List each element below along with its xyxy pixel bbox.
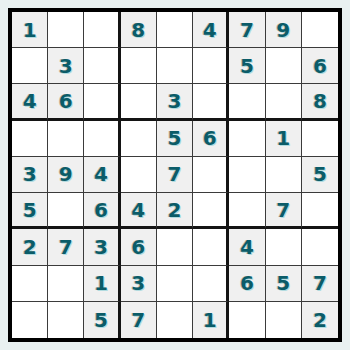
cell-r2c5[interactable]: [157, 48, 193, 84]
board-margin: 184793564638561394755642727364136575712: [0, 0, 350, 350]
cell-r5c7[interactable]: [229, 157, 265, 193]
cell-r4c3[interactable]: [84, 121, 120, 157]
cell-r5c1[interactable]: 3: [12, 157, 48, 193]
cell-r2c6[interactable]: [193, 48, 229, 84]
cell-r7c9[interactable]: [302, 229, 338, 265]
cell-r2c9[interactable]: 6: [302, 48, 338, 84]
cell-r8c9[interactable]: 7: [302, 266, 338, 302]
cell-r6c4[interactable]: 4: [121, 193, 157, 229]
cell-r1c6[interactable]: 4: [193, 12, 229, 48]
cell-r9c6[interactable]: 1: [193, 302, 229, 338]
cell-r5c8[interactable]: [266, 157, 302, 193]
cell-r4c7[interactable]: [229, 121, 265, 157]
cell-r8c1[interactable]: [12, 266, 48, 302]
cell-r4c4[interactable]: [121, 121, 157, 157]
sudoku-board: 184793564638561394755642727364136575712: [8, 8, 342, 342]
cell-r4c2[interactable]: [48, 121, 84, 157]
cell-r3c6[interactable]: [193, 84, 229, 120]
cell-r3c7[interactable]: [229, 84, 265, 120]
cell-r9c3[interactable]: 5: [84, 302, 120, 338]
cell-r1c2[interactable]: [48, 12, 84, 48]
cell-r9c7[interactable]: [229, 302, 265, 338]
cell-r3c8[interactable]: [266, 84, 302, 120]
cell-r3c5[interactable]: 3: [157, 84, 193, 120]
cell-r3c9[interactable]: 8: [302, 84, 338, 120]
cell-r5c2[interactable]: 9: [48, 157, 84, 193]
cell-r9c8[interactable]: [266, 302, 302, 338]
cell-r9c1[interactable]: [12, 302, 48, 338]
cell-r2c8[interactable]: [266, 48, 302, 84]
cell-r7c7[interactable]: 4: [229, 229, 265, 265]
cell-r6c5[interactable]: 2: [157, 193, 193, 229]
cell-r6c2[interactable]: [48, 193, 84, 229]
cell-r2c7[interactable]: 5: [229, 48, 265, 84]
cell-r7c5[interactable]: [157, 229, 193, 265]
cell-r5c4[interactable]: [121, 157, 157, 193]
cell-r2c1[interactable]: [12, 48, 48, 84]
cell-r7c2[interactable]: 7: [48, 229, 84, 265]
cell-r7c4[interactable]: 6: [121, 229, 157, 265]
cell-r1c3[interactable]: [84, 12, 120, 48]
cell-r4c5[interactable]: 5: [157, 121, 193, 157]
cell-r6c7[interactable]: [229, 193, 265, 229]
cell-r7c6[interactable]: [193, 229, 229, 265]
cell-r6c1[interactable]: 5: [12, 193, 48, 229]
cell-r6c8[interactable]: 7: [266, 193, 302, 229]
cell-r2c4[interactable]: [121, 48, 157, 84]
cell-r7c8[interactable]: [266, 229, 302, 265]
cell-r8c5[interactable]: [157, 266, 193, 302]
cell-r2c2[interactable]: 3: [48, 48, 84, 84]
cell-r2c3[interactable]: [84, 48, 120, 84]
cell-r8c2[interactable]: [48, 266, 84, 302]
cell-r8c4[interactable]: 3: [121, 266, 157, 302]
cell-r3c4[interactable]: [121, 84, 157, 120]
cell-r4c8[interactable]: 1: [266, 121, 302, 157]
cell-r6c6[interactable]: [193, 193, 229, 229]
cell-r7c1[interactable]: 2: [12, 229, 48, 265]
cell-r7c3[interactable]: 3: [84, 229, 120, 265]
cell-r8c7[interactable]: 6: [229, 266, 265, 302]
cell-r6c3[interactable]: 6: [84, 193, 120, 229]
cell-r1c8[interactable]: 9: [266, 12, 302, 48]
cell-r4c9[interactable]: [302, 121, 338, 157]
cell-r9c5[interactable]: [157, 302, 193, 338]
cell-r6c9[interactable]: [302, 193, 338, 229]
cell-r1c5[interactable]: [157, 12, 193, 48]
cell-r3c1[interactable]: 4: [12, 84, 48, 120]
cell-r8c6[interactable]: [193, 266, 229, 302]
cell-r8c3[interactable]: 1: [84, 266, 120, 302]
cell-r1c7[interactable]: 7: [229, 12, 265, 48]
cell-r5c3[interactable]: 4: [84, 157, 120, 193]
cell-r5c5[interactable]: 7: [157, 157, 193, 193]
cell-r3c2[interactable]: 6: [48, 84, 84, 120]
cell-r5c9[interactable]: 5: [302, 157, 338, 193]
cell-r1c1[interactable]: 1: [12, 12, 48, 48]
cell-r3c3[interactable]: [84, 84, 120, 120]
cell-r5c6[interactable]: [193, 157, 229, 193]
cell-r4c1[interactable]: [12, 121, 48, 157]
cell-r1c9[interactable]: [302, 12, 338, 48]
cell-r9c2[interactable]: [48, 302, 84, 338]
cell-r1c4[interactable]: 8: [121, 12, 157, 48]
cell-r8c8[interactable]: 5: [266, 266, 302, 302]
cell-r9c9[interactable]: 2: [302, 302, 338, 338]
cell-r9c4[interactable]: 7: [121, 302, 157, 338]
cell-r4c6[interactable]: 6: [193, 121, 229, 157]
